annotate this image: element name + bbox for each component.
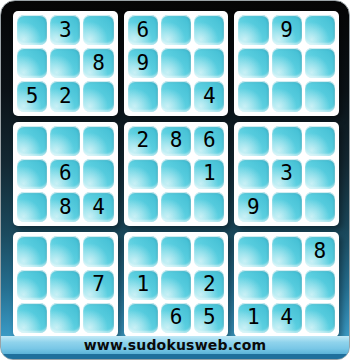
cell-r7c6[interactable] [194,236,224,266]
cell-r5c1[interactable] [17,159,47,189]
cell-r8c8[interactable] [272,270,302,300]
block-6: 39 [234,122,339,227]
cell-r7c8[interactable] [272,236,302,266]
cell-r7c5[interactable] [161,236,191,266]
footer-bar: www.sudokusweb.com [1,336,349,359]
block-3: 9 [234,11,339,116]
cell-r8c9[interactable] [305,270,335,300]
cell-r1c7[interactable] [238,15,268,45]
cell-r7c1[interactable] [17,236,47,266]
cell-r6c9[interactable] [305,192,335,222]
cell-r9c2[interactable] [50,303,80,333]
cell-r3c5[interactable] [161,81,191,111]
cell-r8c6[interactable]: 2 [194,270,224,300]
sudoku-board-frame: 3852694968428613971265814 www.sudokusweb… [0,0,350,360]
cell-r2c2[interactable] [50,48,80,78]
cell-r9c8[interactable]: 4 [272,303,302,333]
cell-r2c3[interactable]: 8 [83,48,113,78]
block-8: 1265 [124,232,229,337]
cell-r1c9[interactable] [305,15,335,45]
cell-r9c7[interactable]: 1 [238,303,268,333]
block-9: 814 [234,232,339,337]
cell-r5c8[interactable]: 3 [272,159,302,189]
cell-r4c3[interactable] [83,126,113,156]
cell-r6c3[interactable]: 4 [83,192,113,222]
cell-r1c3[interactable] [83,15,113,45]
cell-r6c5[interactable] [161,192,191,222]
cell-r6c7[interactable]: 9 [238,192,268,222]
cell-r5c5[interactable] [161,159,191,189]
cell-r1c4[interactable]: 6 [128,15,158,45]
cell-r5c4[interactable] [128,159,158,189]
cell-r9c5[interactable]: 6 [161,303,191,333]
cell-r6c4[interactable] [128,192,158,222]
cell-r2c1[interactable] [17,48,47,78]
cell-r4c1[interactable] [17,126,47,156]
cell-r4c5[interactable]: 8 [161,126,191,156]
cell-r4c7[interactable] [238,126,268,156]
cell-r8c4[interactable]: 1 [128,270,158,300]
cell-r6c6[interactable] [194,192,224,222]
cell-r3c2[interactable]: 2 [50,81,80,111]
block-5: 2861 [124,122,229,227]
cell-r2c7[interactable] [238,48,268,78]
cell-r3c3[interactable] [83,81,113,111]
block-1: 3852 [13,11,118,116]
cell-r4c9[interactable] [305,126,335,156]
cell-r3c1[interactable]: 5 [17,81,47,111]
footer-bottom-strip [1,354,349,359]
cell-r3c7[interactable] [238,81,268,111]
cell-r7c3[interactable] [83,236,113,266]
cell-r4c6[interactable]: 6 [194,126,224,156]
cell-r4c4[interactable]: 2 [128,126,158,156]
block-4: 684 [13,122,118,227]
cell-r7c2[interactable] [50,236,80,266]
sudoku-board: 3852694968428613971265814 [13,11,339,337]
cell-r1c1[interactable] [17,15,47,45]
cell-r9c1[interactable] [17,303,47,333]
cell-r6c8[interactable] [272,192,302,222]
cell-r1c6[interactable] [194,15,224,45]
block-2: 694 [124,11,229,116]
cell-r6c1[interactable] [17,192,47,222]
cell-r8c2[interactable] [50,270,80,300]
cell-r1c8[interactable]: 9 [272,15,302,45]
cell-r2c5[interactable] [161,48,191,78]
cell-r7c7[interactable] [238,236,268,266]
block-7: 7 [13,232,118,337]
cell-r5c7[interactable] [238,159,268,189]
cell-r8c3[interactable]: 7 [83,270,113,300]
cell-r2c6[interactable] [194,48,224,78]
cell-r2c8[interactable] [272,48,302,78]
cell-r4c2[interactable] [50,126,80,156]
cell-r4c8[interactable] [272,126,302,156]
cell-r8c7[interactable] [238,270,268,300]
cell-r7c4[interactable] [128,236,158,266]
cell-r5c2[interactable]: 6 [50,159,80,189]
cell-r3c9[interactable] [305,81,335,111]
cell-r8c1[interactable] [17,270,47,300]
cell-r2c4[interactable]: 9 [128,48,158,78]
cell-r9c3[interactable] [83,303,113,333]
cell-r9c6[interactable]: 5 [194,303,224,333]
cell-r3c4[interactable] [128,81,158,111]
cell-r5c3[interactable] [83,159,113,189]
cell-r1c5[interactable] [161,15,191,45]
footer-band: www.sudokusweb.com [1,336,349,354]
cell-r2c9[interactable] [305,48,335,78]
cell-r6c2[interactable]: 8 [50,192,80,222]
cell-r7c9[interactable]: 8 [305,236,335,266]
cell-r5c9[interactable] [305,159,335,189]
cell-r3c6[interactable]: 4 [194,81,224,111]
cell-r9c9[interactable] [305,303,335,333]
cell-r3c8[interactable] [272,81,302,111]
cell-r9c4[interactable] [128,303,158,333]
cell-r1c2[interactable]: 3 [50,15,80,45]
cell-r8c5[interactable] [161,270,191,300]
website-url: www.sudokusweb.com [84,337,267,353]
cell-r5c6[interactable]: 1 [194,159,224,189]
